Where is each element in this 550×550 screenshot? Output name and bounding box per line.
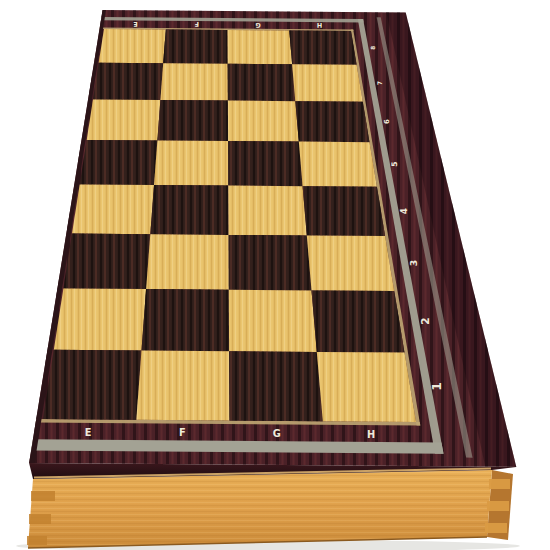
finger-joint-right-2 (487, 501, 509, 511)
square-e3-grain (63, 234, 150, 290)
square-e2-grain (54, 288, 146, 350)
rank-label-right-7: 7 (376, 81, 383, 85)
rank-label-right-4: 4 (399, 208, 409, 214)
square-f5-grain (154, 141, 228, 186)
file-label-near-g: G (273, 428, 281, 439)
finger-joint-left-3 (27, 536, 47, 545)
square-h2-grain (312, 290, 405, 352)
square-g1-grain (229, 351, 323, 421)
rank-label-right-6: 6 (383, 119, 391, 124)
square-e4-grain (72, 184, 154, 234)
file-label-far-f: F (195, 20, 199, 28)
rank-label-right-1: 1 (430, 382, 444, 390)
square-g2-grain (229, 290, 317, 352)
square-f2-grain (142, 289, 230, 351)
square-h7-grain (292, 64, 363, 101)
rank-label-right-2: 2 (419, 318, 431, 325)
square-e1-grain (43, 350, 142, 420)
chess-board-scene: EEFFGGHH12345678 (0, 0, 550, 550)
square-h8-grain (289, 31, 356, 65)
file-label-near-f: F (179, 427, 186, 438)
finger-joint-left-1 (31, 491, 55, 501)
file-label-far-e: E (133, 20, 137, 28)
chess-box-photo: EEFFGGHH12345678 (0, 0, 550, 550)
finger-joint-right-1 (489, 479, 510, 489)
rank-label-right-8: 8 (370, 46, 376, 50)
finger-joint-left-2 (29, 514, 51, 524)
square-f3-grain (146, 234, 229, 290)
square-e7-grain (93, 63, 163, 100)
square-g6-grain (228, 101, 299, 142)
square-f6-grain (157, 100, 228, 141)
file-label-far-g: G (255, 21, 260, 29)
square-g7-grain (228, 64, 296, 101)
photo-layers: EEFFGGHH12345678 (0, 0, 550, 550)
file-label-near-h: H (367, 429, 375, 440)
finger-joint-right-3 (485, 523, 507, 533)
square-e8-grain (99, 29, 166, 63)
square-h4-grain (303, 186, 386, 236)
square-g8-grain (228, 30, 293, 64)
square-e5-grain (80, 140, 158, 185)
square-f4-grain (150, 185, 228, 235)
rank-label-right-3: 3 (408, 260, 419, 266)
square-g5-grain (228, 141, 303, 186)
square-h3-grain (307, 236, 394, 292)
square-f8-grain (163, 30, 228, 64)
square-g4-grain (228, 186, 306, 236)
square-g3-grain (229, 235, 312, 291)
square-e6-grain (87, 100, 161, 141)
file-label-near-e: E (85, 427, 92, 438)
rank-label-right-5: 5 (390, 161, 399, 166)
square-f7-grain (160, 63, 228, 100)
square-h1-grain (317, 352, 416, 422)
file-label-far-h: H (317, 21, 322, 29)
square-h5-grain (299, 142, 377, 187)
square-f1-grain (136, 351, 229, 421)
square-h6-grain (295, 101, 369, 142)
box-front-grain (28, 470, 492, 548)
